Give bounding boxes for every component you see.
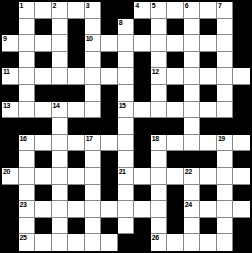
black-cell-r8c11 — [167, 118, 184, 135]
cell-r14c14[interactable] — [217, 218, 234, 235]
black-cell-r14c3 — [35, 218, 52, 235]
black-cell-r8c5 — [68, 118, 85, 135]
cell-r9c7[interactable] — [101, 135, 118, 152]
cell-r6c14[interactable] — [217, 85, 234, 102]
cell-r1c6[interactable]: 3 — [85, 2, 102, 19]
cell-r7c1[interactable]: 13 — [2, 102, 19, 119]
black-cell-r12c3 — [35, 185, 52, 202]
black-cell-r10c7 — [101, 151, 118, 168]
clue-number-4: 4 — [135, 2, 138, 10]
cell-r12c4[interactable] — [52, 185, 69, 202]
clue-number-11: 11 — [3, 68, 9, 76]
cell-r9c14[interactable]: 19 — [217, 135, 234, 152]
cell-r14c2[interactable] — [19, 218, 36, 235]
cell-r6c12[interactable] — [184, 85, 201, 102]
clue-number-13: 13 — [3, 102, 10, 110]
clue-number-2: 2 — [53, 2, 56, 10]
cell-r4c8[interactable] — [118, 52, 135, 69]
cell-r13c4[interactable] — [52, 201, 69, 218]
cell-r2c8[interactable]: 8 — [118, 19, 135, 36]
cell-r3c1[interactable]: 9 — [2, 35, 19, 52]
black-cell-r10c9 — [134, 151, 151, 168]
clue-number-19: 19 — [218, 135, 225, 143]
black-cell-r8c3 — [35, 118, 52, 135]
cell-r9c3[interactable] — [35, 135, 52, 152]
cell-r9c6[interactable]: 17 — [85, 135, 102, 152]
black-cell-r6c15 — [233, 85, 250, 102]
black-cell-r1c1 — [2, 2, 19, 19]
cell-r5c12[interactable] — [184, 68, 201, 85]
black-cell-r6c11 — [167, 85, 184, 102]
cell-r9c10[interactable]: 18 — [151, 135, 168, 152]
cell-r10c8[interactable] — [118, 151, 135, 168]
clue-number-6: 6 — [185, 2, 188, 10]
black-cell-r12c15 — [233, 185, 250, 202]
cell-r5c11[interactable] — [167, 68, 184, 85]
black-cell-r14c7 — [101, 218, 118, 235]
black-cell-r1c8 — [118, 2, 135, 19]
cell-r4c4[interactable] — [52, 52, 69, 69]
black-cell-r6c3 — [35, 85, 52, 102]
cell-r11c2[interactable] — [19, 168, 36, 185]
cell-r14c10[interactable] — [151, 218, 168, 235]
clue-number-5: 5 — [152, 2, 155, 10]
black-cell-r14c11 — [167, 218, 184, 235]
cell-r1c13[interactable] — [200, 2, 217, 19]
cell-r9c13[interactable] — [200, 135, 217, 152]
cell-r7c5[interactable] — [68, 102, 85, 119]
clue-number-20: 20 — [3, 168, 10, 176]
cell-r14c8[interactable] — [118, 218, 135, 235]
clue-number-16: 16 — [20, 135, 27, 143]
cell-r15c11[interactable] — [167, 234, 184, 251]
black-cell-r13c11 — [167, 201, 184, 218]
cell-r5c5[interactable] — [68, 68, 85, 85]
cell-r3c7[interactable] — [101, 35, 118, 52]
cell-r3c2[interactable] — [19, 35, 36, 52]
black-cell-r8c10 — [151, 118, 168, 135]
cell-r11c9[interactable] — [134, 168, 151, 185]
cell-r3c8[interactable] — [118, 35, 135, 52]
cell-r2c10[interactable] — [151, 19, 168, 36]
cell-r1c5[interactable] — [68, 2, 85, 19]
black-cell-r10c13 — [200, 151, 217, 168]
clue-number-18: 18 — [152, 135, 159, 143]
cell-r7c12[interactable] — [184, 102, 201, 119]
cell-r13c12[interactable]: 24 — [184, 201, 201, 218]
clue-number-22: 22 — [185, 168, 192, 176]
cell-r13c9[interactable] — [134, 201, 151, 218]
black-cell-r4c5 — [68, 52, 85, 69]
cell-r4c14[interactable] — [217, 52, 234, 69]
black-cell-r6c13 — [200, 85, 217, 102]
cell-r1c12[interactable]: 6 — [184, 2, 201, 19]
cell-r3c11[interactable] — [167, 35, 184, 52]
cell-r1c2[interactable]: 1 — [19, 2, 36, 19]
black-cell-r3c5 — [68, 35, 85, 52]
cell-r1c3[interactable] — [35, 2, 52, 19]
cell-r7c4[interactable]: 14 — [52, 102, 69, 119]
cell-r2c4[interactable] — [52, 19, 69, 36]
cell-r1c9[interactable]: 4 — [134, 2, 151, 19]
black-cell-r8c2 — [19, 118, 36, 135]
black-cell-r2c13 — [200, 19, 217, 36]
black-cell-r4c7 — [101, 52, 118, 69]
cell-r15c5[interactable] — [68, 234, 85, 251]
cell-r11c5[interactable] — [68, 168, 85, 185]
cell-r11c11[interactable] — [167, 168, 184, 185]
cell-r11c8[interactable]: 21 — [118, 168, 135, 185]
black-cell-r5c9 — [134, 68, 151, 85]
cell-r15c2[interactable]: 25 — [19, 234, 36, 251]
clue-number-21: 21 — [119, 168, 126, 176]
black-cell-r8c9 — [134, 118, 151, 135]
cell-r3c12[interactable] — [184, 35, 201, 52]
black-cell-r4c15 — [233, 52, 250, 69]
cell-r5c2[interactable] — [19, 68, 36, 85]
black-cell-r10c12 — [184, 151, 201, 168]
black-cell-r8c14 — [217, 118, 234, 135]
clue-number-8: 8 — [119, 19, 122, 27]
cell-r10c2[interactable] — [19, 151, 36, 168]
cell-r13c14[interactable] — [217, 201, 234, 218]
black-cell-r8c15 — [233, 118, 250, 135]
cell-r2c6[interactable] — [85, 19, 102, 36]
black-cell-r8c1 — [2, 118, 19, 135]
cell-r5c4[interactable] — [52, 68, 69, 85]
cell-r15c7[interactable] — [101, 234, 118, 251]
cell-r15c13[interactable] — [200, 234, 217, 251]
black-cell-r12c1 — [2, 185, 19, 202]
cell-r13c13[interactable] — [200, 201, 217, 218]
cell-r15c3[interactable] — [35, 234, 52, 251]
cell-r12c12[interactable] — [184, 185, 201, 202]
cell-r5c8[interactable] — [118, 68, 135, 85]
cell-r11c1[interactable]: 20 — [2, 168, 19, 185]
cell-r15c4[interactable] — [52, 234, 69, 251]
cell-r13c3[interactable] — [35, 201, 52, 218]
cell-r6c2[interactable] — [19, 85, 36, 102]
cell-r4c6[interactable] — [85, 52, 102, 69]
black-cell-r10c11 — [167, 151, 184, 168]
clue-number-25: 25 — [20, 234, 27, 242]
black-cell-r4c11 — [167, 52, 184, 69]
black-cell-r2c11 — [167, 19, 184, 36]
cell-r1c11[interactable] — [167, 2, 184, 19]
black-cell-r7c7 — [101, 102, 118, 119]
black-cell-r2c1 — [2, 19, 19, 36]
black-cell-r12c7 — [101, 185, 118, 202]
black-cell-r15c1 — [2, 234, 19, 251]
black-cell-r2c15 — [233, 19, 250, 36]
black-cell-r12c5 — [68, 185, 85, 202]
cell-r11c12[interactable]: 22 — [184, 168, 201, 185]
cell-r9c4[interactable] — [52, 135, 69, 152]
cell-r3c14[interactable] — [217, 35, 234, 52]
cell-r11c3[interactable] — [35, 168, 52, 185]
black-cell-r4c9 — [134, 52, 151, 69]
cell-r8c8[interactable] — [118, 118, 135, 135]
cell-r5c7[interactable] — [101, 68, 118, 85]
cell-r6c6[interactable] — [85, 85, 102, 102]
cell-r5c6[interactable] — [85, 68, 102, 85]
black-cell-r3c15 — [233, 35, 250, 52]
black-cell-r4c3 — [35, 52, 52, 69]
black-cell-r2c5 — [68, 19, 85, 36]
cell-r4c12[interactable] — [184, 52, 201, 69]
black-cell-r12c13 — [200, 185, 217, 202]
cell-r12c2[interactable] — [19, 185, 36, 202]
black-cell-r10c15 — [233, 151, 250, 168]
cell-r12c14[interactable] — [217, 185, 234, 202]
black-cell-r13c1 — [2, 201, 19, 218]
cell-r2c2[interactable] — [19, 19, 36, 36]
black-cell-r6c5 — [68, 85, 85, 102]
clue-number-10: 10 — [86, 35, 93, 43]
cell-r4c2[interactable] — [19, 52, 36, 69]
cell-r7c2[interactable] — [19, 102, 36, 119]
black-cell-r6c7 — [101, 85, 118, 102]
black-cell-r14c1 — [2, 218, 19, 235]
cell-r5c3[interactable] — [35, 68, 52, 85]
cell-r8c12[interactable] — [184, 118, 201, 135]
cell-r9c2[interactable]: 16 — [19, 135, 36, 152]
black-cell-r10c5 — [68, 151, 85, 168]
black-cell-r14c15 — [233, 218, 250, 235]
cell-r3c13[interactable] — [200, 35, 217, 52]
black-cell-r15c15 — [233, 234, 250, 251]
black-cell-r10c1 — [2, 151, 19, 168]
black-cell-r9c1 — [2, 135, 19, 152]
cell-r14c12[interactable] — [184, 218, 201, 235]
clue-number-26: 26 — [152, 234, 159, 242]
cell-r9c12[interactable] — [184, 135, 201, 152]
black-cell-r10c3 — [35, 151, 52, 168]
cell-r3c4[interactable] — [52, 35, 69, 52]
cell-r13c5[interactable] — [68, 201, 85, 218]
cell-r6c8[interactable] — [118, 85, 135, 102]
cell-r13c10[interactable] — [151, 201, 168, 218]
cell-r10c6[interactable] — [85, 151, 102, 168]
cell-r7c9[interactable] — [134, 102, 151, 119]
cell-r13c6[interactable] — [85, 201, 102, 218]
cell-r3c10[interactable] — [151, 35, 168, 52]
black-cell-r6c4 — [52, 85, 69, 102]
cell-r12c8[interactable] — [118, 185, 135, 202]
clue-number-12: 12 — [152, 68, 159, 76]
black-cell-r15c9 — [134, 234, 151, 251]
clue-number-15: 15 — [119, 102, 126, 110]
cell-r5c15[interactable] — [233, 68, 250, 85]
cell-r1c14[interactable]: 7 — [217, 2, 234, 19]
black-cell-r7c15 — [233, 102, 250, 119]
black-cell-r1c15 — [233, 2, 250, 19]
black-cell-r8c6 — [85, 118, 102, 135]
cell-r9c8[interactable] — [118, 135, 135, 152]
black-cell-r12c9 — [134, 185, 151, 202]
clue-number-1: 1 — [20, 2, 23, 10]
cell-r7c14[interactable] — [217, 102, 234, 119]
cell-r13c15[interactable] — [233, 201, 250, 218]
cell-r3c3[interactable] — [35, 35, 52, 52]
cell-r3c9[interactable] — [134, 35, 151, 52]
cell-r13c2[interactable]: 23 — [19, 201, 36, 218]
cell-r4c10[interactable] — [151, 52, 168, 69]
cell-r2c14[interactable] — [217, 19, 234, 36]
cell-r7c8[interactable]: 15 — [118, 102, 135, 119]
black-cell-r2c3 — [35, 19, 52, 36]
cell-r15c12[interactable] — [184, 234, 201, 251]
cell-r5c14[interactable] — [217, 68, 234, 85]
cell-r14c4[interactable] — [52, 218, 69, 235]
cell-r9c5[interactable] — [68, 135, 85, 152]
cell-r10c4[interactable] — [52, 151, 69, 168]
clue-number-17: 17 — [86, 135, 93, 143]
cell-r15c10[interactable]: 26 — [151, 234, 168, 251]
crossword-board: 1234567891011121314151617181920212223242… — [0, 0, 252, 253]
cell-r7c3[interactable] — [35, 102, 52, 119]
cell-r13c7[interactable] — [101, 201, 118, 218]
clue-number-14: 14 — [53, 102, 60, 110]
cell-r11c6[interactable] — [85, 168, 102, 185]
black-cell-r14c13 — [200, 218, 217, 235]
cell-r15c6[interactable] — [85, 234, 102, 251]
cell-r11c4[interactable] — [52, 168, 69, 185]
black-cell-r12c11 — [167, 185, 184, 202]
black-cell-r8c13 — [200, 118, 217, 135]
cell-r10c10[interactable] — [151, 151, 168, 168]
black-cell-r14c5 — [68, 218, 85, 235]
cell-r11c10[interactable] — [151, 168, 168, 185]
cell-r7c13[interactable] — [200, 102, 217, 119]
clue-number-23: 23 — [20, 201, 27, 209]
cell-r11c15[interactable] — [233, 168, 250, 185]
black-cell-r4c13 — [200, 52, 217, 69]
cell-r5c13[interactable] — [200, 68, 217, 85]
black-cell-r11c7 — [101, 168, 118, 185]
cell-r9c11[interactable] — [167, 135, 184, 152]
cell-r5c10[interactable]: 12 — [151, 68, 168, 85]
cell-r6c10[interactable] — [151, 85, 168, 102]
cell-r13c8[interactable] — [118, 201, 135, 218]
black-cell-r9c9 — [134, 135, 151, 152]
black-cell-r1c7 — [101, 2, 118, 19]
cell-r8c4[interactable] — [52, 118, 69, 135]
black-cell-r8c7 — [101, 118, 118, 135]
black-cell-r2c7 — [101, 19, 118, 36]
black-cell-r6c1 — [2, 85, 19, 102]
clue-number-3: 3 — [86, 2, 89, 10]
black-cell-r14c9 — [134, 218, 151, 235]
cell-r7c11[interactable] — [167, 102, 184, 119]
black-cell-r6c9 — [134, 85, 151, 102]
clue-number-7: 7 — [218, 2, 221, 10]
clue-number-24: 24 — [185, 201, 192, 209]
clue-number-9: 9 — [3, 35, 6, 43]
cell-r10c14[interactable] — [217, 151, 234, 168]
cell-r2c12[interactable] — [184, 19, 201, 36]
cell-r9c15[interactable] — [233, 135, 250, 152]
cell-r7c6[interactable] — [85, 102, 102, 119]
cell-r12c6[interactable] — [85, 185, 102, 202]
cell-r7c10[interactable] — [151, 102, 168, 119]
cell-r12c10[interactable] — [151, 185, 168, 202]
black-cell-r4c1 — [2, 52, 19, 69]
cell-r14c6[interactable] — [85, 218, 102, 235]
cell-r11c13[interactable] — [200, 168, 217, 185]
cell-r1c4[interactable]: 2 — [52, 2, 69, 19]
cell-r1c10[interactable]: 5 — [151, 2, 168, 19]
cell-r5c1[interactable]: 11 — [2, 68, 19, 85]
black-cell-r15c8 — [118, 234, 135, 251]
black-cell-r2c9 — [134, 19, 151, 36]
cell-r15c14[interactable] — [217, 234, 234, 251]
cell-r11c14[interactable] — [217, 168, 234, 185]
cell-r3c6[interactable]: 10 — [85, 35, 102, 52]
